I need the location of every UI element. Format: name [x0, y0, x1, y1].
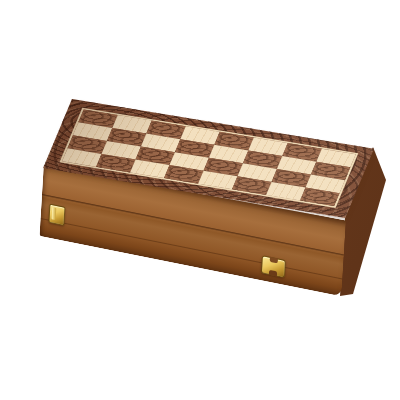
base-groove-line — [40, 218, 342, 279]
right-brass-clasp — [261, 255, 286, 278]
left-brass-clasp — [48, 204, 65, 226]
product-photo-background — [0, 0, 400, 400]
